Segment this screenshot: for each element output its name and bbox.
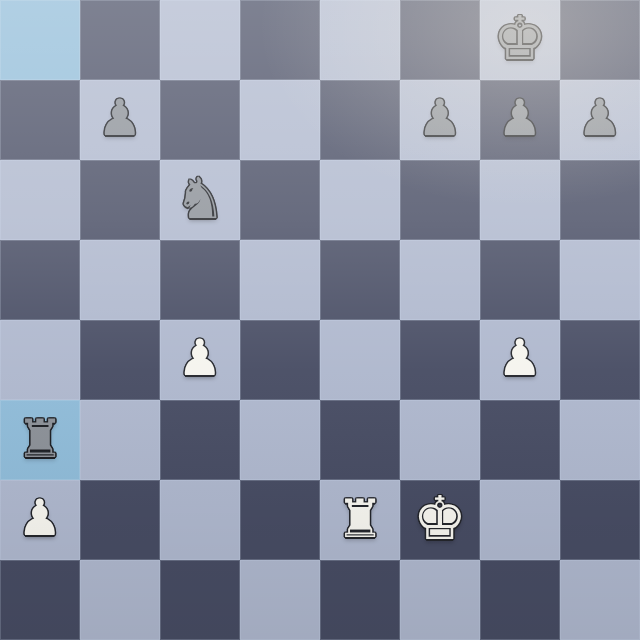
square-b8[interactable] bbox=[80, 0, 160, 80]
square-d6[interactable] bbox=[240, 160, 320, 240]
square-b2[interactable] bbox=[80, 480, 160, 560]
square-a5[interactable] bbox=[0, 240, 80, 320]
square-d8[interactable] bbox=[240, 0, 320, 80]
black-pawn-piece[interactable]: ♟ bbox=[480, 78, 560, 158]
square-b5[interactable] bbox=[80, 240, 160, 320]
square-d7[interactable] bbox=[240, 80, 320, 160]
square-b6[interactable] bbox=[80, 160, 160, 240]
square-h3[interactable] bbox=[560, 400, 640, 480]
square-e7[interactable] bbox=[320, 80, 400, 160]
white-rook-piece[interactable]: ♜ bbox=[320, 478, 400, 558]
square-a1[interactable] bbox=[0, 560, 80, 640]
square-d4[interactable] bbox=[240, 320, 320, 400]
square-h5[interactable] bbox=[560, 240, 640, 320]
white-pawn-piece[interactable]: ♟ bbox=[160, 318, 240, 398]
square-g1[interactable] bbox=[480, 560, 560, 640]
white-pawn-piece[interactable]: ♟ bbox=[0, 478, 80, 558]
square-a8[interactable] bbox=[0, 0, 80, 80]
square-f7[interactable]: ♟ bbox=[400, 80, 480, 160]
white-king-piece[interactable]: ♚ bbox=[400, 478, 480, 558]
square-e1[interactable] bbox=[320, 560, 400, 640]
square-g4[interactable]: ♟ bbox=[480, 320, 560, 400]
square-e8[interactable] bbox=[320, 0, 400, 80]
square-f8[interactable] bbox=[400, 0, 480, 80]
square-f2[interactable]: ♚ bbox=[400, 480, 480, 560]
square-c7[interactable] bbox=[160, 80, 240, 160]
square-f3[interactable] bbox=[400, 400, 480, 480]
square-c1[interactable] bbox=[160, 560, 240, 640]
square-d2[interactable] bbox=[240, 480, 320, 560]
square-c5[interactable] bbox=[160, 240, 240, 320]
square-h6[interactable] bbox=[560, 160, 640, 240]
square-e6[interactable] bbox=[320, 160, 400, 240]
square-g7[interactable]: ♟ bbox=[480, 80, 560, 160]
white-pawn-piece[interactable]: ♟ bbox=[480, 318, 560, 398]
black-knight-piece[interactable]: ♞ bbox=[160, 158, 240, 238]
square-h4[interactable] bbox=[560, 320, 640, 400]
square-g3[interactable] bbox=[480, 400, 560, 480]
square-h8[interactable] bbox=[560, 0, 640, 80]
square-b1[interactable] bbox=[80, 560, 160, 640]
square-c4[interactable]: ♟ bbox=[160, 320, 240, 400]
square-f4[interactable] bbox=[400, 320, 480, 400]
square-h2[interactable] bbox=[560, 480, 640, 560]
square-e5[interactable] bbox=[320, 240, 400, 320]
square-e4[interactable] bbox=[320, 320, 400, 400]
black-pawn-piece[interactable]: ♟ bbox=[560, 78, 640, 158]
square-b7[interactable]: ♟ bbox=[80, 80, 160, 160]
square-g2[interactable] bbox=[480, 480, 560, 560]
black-rook-piece[interactable]: ♜ bbox=[0, 398, 80, 478]
square-c8[interactable] bbox=[160, 0, 240, 80]
square-c2[interactable] bbox=[160, 480, 240, 560]
square-a2[interactable]: ♟ bbox=[0, 480, 80, 560]
square-h7[interactable]: ♟ bbox=[560, 80, 640, 160]
black-pawn-piece[interactable]: ♟ bbox=[80, 78, 160, 158]
square-b3[interactable] bbox=[80, 400, 160, 480]
square-a6[interactable] bbox=[0, 160, 80, 240]
square-g8[interactable]: ♚ bbox=[480, 0, 560, 80]
square-a7[interactable] bbox=[0, 80, 80, 160]
square-f1[interactable] bbox=[400, 560, 480, 640]
square-g5[interactable] bbox=[480, 240, 560, 320]
square-h1[interactable] bbox=[560, 560, 640, 640]
square-a3[interactable]: ♜ bbox=[0, 400, 80, 480]
square-b4[interactable] bbox=[80, 320, 160, 400]
square-e2[interactable]: ♜ bbox=[320, 480, 400, 560]
chess-board-wrap: ♚♟♟♟♟♞♟♟♜♟♜♚ bbox=[0, 0, 640, 640]
square-c3[interactable] bbox=[160, 400, 240, 480]
square-f5[interactable] bbox=[400, 240, 480, 320]
square-e3[interactable] bbox=[320, 400, 400, 480]
square-d5[interactable] bbox=[240, 240, 320, 320]
chess-board: ♚♟♟♟♟♞♟♟♜♟♜♚ bbox=[0, 0, 640, 640]
black-king-piece[interactable]: ♚ bbox=[480, 0, 560, 78]
square-f6[interactable] bbox=[400, 160, 480, 240]
square-d1[interactable] bbox=[240, 560, 320, 640]
square-c6[interactable]: ♞ bbox=[160, 160, 240, 240]
square-d3[interactable] bbox=[240, 400, 320, 480]
square-g6[interactable] bbox=[480, 160, 560, 240]
black-pawn-piece[interactable]: ♟ bbox=[400, 78, 480, 158]
square-a4[interactable] bbox=[0, 320, 80, 400]
